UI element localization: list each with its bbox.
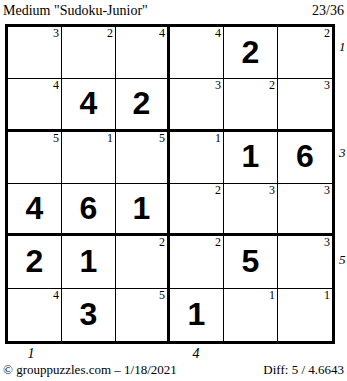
cell-r3c2[interactable]: 1 bbox=[62, 132, 116, 184]
col-label-1: 1 bbox=[21, 346, 41, 362]
corner-mark: 3 bbox=[324, 235, 330, 249]
cell-r2c4[interactable]: 3 bbox=[170, 79, 224, 131]
cell-r3c5[interactable]: 1 bbox=[224, 132, 278, 184]
given-digit: 1 bbox=[188, 298, 206, 330]
cell-r5c3[interactable]: 2 bbox=[116, 236, 170, 288]
given-digit: 1 bbox=[242, 140, 260, 172]
given-digit: 4 bbox=[80, 87, 98, 119]
corner-mark: 3 bbox=[269, 183, 275, 197]
cell-r6c3[interactable]: 5 bbox=[116, 289, 170, 341]
given-digit: 6 bbox=[80, 192, 98, 224]
cell-r1c4[interactable]: 4 bbox=[170, 27, 224, 79]
given-digit: 2 bbox=[26, 245, 44, 277]
col-label-4: 4 bbox=[186, 346, 206, 362]
page-title: Medium "Sudoku-Junior" bbox=[3, 3, 148, 19]
row-label-1: 1 bbox=[339, 39, 346, 55]
corner-mark: 2 bbox=[324, 26, 330, 40]
corner-mark: 1 bbox=[324, 288, 330, 302]
corner-mark: 5 bbox=[159, 131, 165, 145]
given-digit: 4 bbox=[26, 192, 44, 224]
cell-r4c1[interactable]: 4 bbox=[8, 184, 62, 236]
corner-mark: 5 bbox=[53, 131, 59, 145]
cell-r1c6[interactable]: 2 bbox=[278, 27, 332, 79]
cell-r6c5[interactable]: 1 bbox=[224, 289, 278, 341]
corner-mark: 4 bbox=[53, 78, 59, 92]
cell-r2c5[interactable]: 2 bbox=[224, 79, 278, 131]
cell-r6c1[interactable]: 4 bbox=[8, 289, 62, 341]
progress-counter: 23/36 bbox=[312, 3, 344, 19]
corner-mark: 2 bbox=[215, 235, 221, 249]
cell-r4c4[interactable]: 2 bbox=[170, 184, 224, 236]
corner-mark: 1 bbox=[107, 131, 113, 145]
cell-r4c2[interactable]: 6 bbox=[62, 184, 116, 236]
difficulty-text: Diff: 5 / 4.6643 bbox=[263, 362, 344, 378]
corner-mark: 5 bbox=[159, 288, 165, 302]
cell-r1c5[interactable]: 2 bbox=[224, 27, 278, 79]
cell-r4c6[interactable]: 3 bbox=[278, 184, 332, 236]
given-digit: 2 bbox=[242, 36, 260, 68]
cell-r3c1[interactable]: 5 bbox=[8, 132, 62, 184]
cell-r2c3[interactable]: 2 bbox=[116, 79, 170, 131]
cell-r2c1[interactable]: 4 bbox=[8, 79, 62, 131]
cell-r5c2[interactable]: 1 bbox=[62, 236, 116, 288]
corner-mark: 4 bbox=[53, 288, 59, 302]
cell-r4c3[interactable]: 1 bbox=[116, 184, 170, 236]
corner-mark: 3 bbox=[324, 183, 330, 197]
cell-r6c4[interactable]: 1 bbox=[170, 289, 224, 341]
corner-mark: 2 bbox=[159, 235, 165, 249]
cell-r5c4[interactable]: 2 bbox=[170, 236, 224, 288]
cell-r3c4[interactable]: 1 bbox=[170, 132, 224, 184]
corner-mark: 1 bbox=[269, 288, 275, 302]
copyright-text: © grouppuzzles.com – 1/18/2021 bbox=[3, 362, 177, 378]
given-digit: 5 bbox=[242, 245, 260, 277]
cell-r2c6[interactable]: 3 bbox=[278, 79, 332, 131]
corner-mark: 1 bbox=[215, 131, 221, 145]
given-digit: 6 bbox=[296, 140, 314, 172]
cell-r1c1[interactable]: 3 bbox=[8, 27, 62, 79]
cell-r3c3[interactable]: 5 bbox=[116, 132, 170, 184]
corner-mark: 3 bbox=[324, 78, 330, 92]
corner-mark: 2 bbox=[215, 183, 221, 197]
given-digit: 1 bbox=[133, 192, 151, 224]
corner-mark: 4 bbox=[159, 26, 165, 40]
cell-r3c6[interactable]: 6 bbox=[278, 132, 332, 184]
row-label-3: 3 bbox=[339, 145, 346, 161]
cell-r5c1[interactable]: 2 bbox=[8, 236, 62, 288]
board: 324422442323515116461233212253435111 bbox=[5, 24, 335, 344]
corner-mark: 3 bbox=[215, 78, 221, 92]
corner-mark: 3 bbox=[53, 26, 59, 40]
corner-mark: 2 bbox=[269, 78, 275, 92]
puzzle-page: Medium "Sudoku-Junior" 23/36 32442244232… bbox=[0, 0, 347, 381]
cell-r5c5[interactable]: 5 bbox=[224, 236, 278, 288]
cell-r5c6[interactable]: 3 bbox=[278, 236, 332, 288]
cell-r1c3[interactable]: 4 bbox=[116, 27, 170, 79]
cell-r6c6[interactable]: 1 bbox=[278, 289, 332, 341]
cell-r4c5[interactable]: 3 bbox=[224, 184, 278, 236]
cell-r2c2[interactable]: 4 bbox=[62, 79, 116, 131]
cell-r1c2[interactable]: 2 bbox=[62, 27, 116, 79]
corner-mark: 4 bbox=[215, 26, 221, 40]
row-label-5: 5 bbox=[339, 252, 346, 268]
cell-r6c2[interactable]: 3 bbox=[62, 289, 116, 341]
corner-mark: 2 bbox=[107, 26, 113, 40]
given-digit: 1 bbox=[80, 245, 98, 277]
given-digit: 2 bbox=[133, 87, 151, 119]
given-digit: 3 bbox=[80, 298, 98, 330]
